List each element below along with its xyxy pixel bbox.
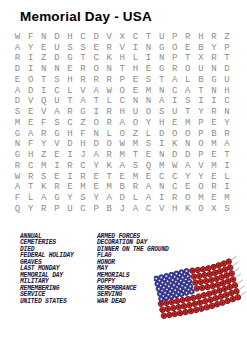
grid-cell: E [142, 64, 155, 75]
word-list-left: ANNUALCEMETERIESDIEDFEDERAL HOLIDAYGRAVE… [20, 234, 74, 305]
grid-cell: C [221, 97, 234, 108]
grid-cell: V [37, 107, 50, 118]
grid-cell: S [142, 140, 155, 151]
grid-cell: L [63, 86, 76, 97]
grid-cell: Y [142, 118, 155, 129]
grid-cell: F [76, 129, 89, 140]
grid-cell: Y [24, 204, 37, 215]
grid-cell: I [221, 161, 234, 172]
grid-cell: S [11, 107, 24, 118]
grid-cell: L [142, 129, 155, 140]
grid-cell: E [24, 118, 37, 129]
grid-cell: D [63, 140, 76, 151]
grid-cell: O [168, 129, 181, 140]
grid-cell: I [142, 54, 155, 65]
grid-cell: H [63, 32, 76, 43]
grid-cell: C [155, 172, 168, 183]
grid-cell: N [50, 64, 63, 75]
grid-cell: K [168, 140, 181, 151]
grid-cell: P [194, 118, 207, 129]
grid-cell: I [63, 150, 76, 161]
grid-cell: I [90, 107, 103, 118]
grid-cell: A [181, 161, 194, 172]
grid-cell: H [155, 118, 168, 129]
grid-cell: S [129, 161, 142, 172]
grid-cell: U [168, 107, 181, 118]
grid-cell: N [90, 129, 103, 140]
grid-cell: E [142, 150, 155, 161]
grid-cell: D [181, 150, 194, 161]
grid-cell: O [194, 204, 207, 215]
grid-cell: E [207, 193, 220, 204]
grid-cell: R [11, 54, 24, 65]
grid-cell: E [63, 64, 76, 75]
grid-cell: H [116, 54, 129, 65]
grid-cell: O [129, 118, 142, 129]
grid-cell: E [207, 150, 220, 161]
grid-cell: A [50, 107, 63, 118]
grid-cell: M [129, 172, 142, 183]
grid-cell: S [63, 43, 76, 54]
grid-cell: C [129, 32, 142, 43]
grid-cell: W [11, 172, 24, 183]
grid-cell: M [129, 140, 142, 151]
grid-cell: W [103, 86, 116, 97]
grid-cell: O [194, 140, 207, 151]
grid-cell: A [90, 150, 103, 161]
grid-cell: E [207, 118, 220, 129]
grid-cell: O [116, 129, 129, 140]
grid-cell: R [129, 183, 142, 194]
grid-cell: D [11, 64, 24, 75]
grid-cell: A [116, 118, 129, 129]
grid-cell: X [194, 54, 207, 65]
grid-cell: E [90, 43, 103, 54]
grid-cell: U [50, 97, 63, 108]
grid-cell: R [207, 32, 220, 43]
grid-cell: N [155, 150, 168, 161]
grid-cell: A [90, 86, 103, 97]
grid-cell: D [116, 193, 129, 204]
grid-cell: N [155, 54, 168, 65]
grid-cell: M [207, 161, 220, 172]
grid-cell: L [181, 75, 194, 86]
grid-cell: H [63, 75, 76, 86]
grid-cell: O [90, 64, 103, 75]
grid-cell: D [11, 97, 24, 108]
grid-cell: E [50, 172, 63, 183]
grid-cell: V [116, 43, 129, 54]
grid-cell: D [50, 54, 63, 65]
grid-cell: M [11, 118, 24, 129]
grid-cell: D [221, 64, 234, 75]
grid-cell: U [129, 107, 142, 118]
grid-cell: A [76, 97, 89, 108]
grid-cell: T [142, 32, 155, 43]
grid-cell: C [116, 97, 129, 108]
grid-cell: R [103, 150, 116, 161]
grid-cell: S [142, 75, 155, 86]
grid-cell: L [24, 193, 37, 204]
grid-cell: E [129, 75, 142, 86]
grid-cell: P [116, 75, 129, 86]
grid-cell: E [142, 172, 155, 183]
grid-cell: R [11, 161, 24, 172]
grid-cell: P [50, 204, 63, 215]
grid-cell: R [24, 172, 37, 183]
grid-cell: I [37, 86, 50, 97]
grid-cell: I [63, 172, 76, 183]
grid-cell: R [181, 32, 194, 43]
grid-cell: H [63, 129, 76, 140]
grid-cell: D [155, 129, 168, 140]
grid-cell: K [181, 204, 194, 215]
grid-cell: E [181, 183, 194, 194]
grid-cell: H [168, 204, 181, 215]
grid-cell: M [76, 183, 89, 194]
grid-cell: B [103, 204, 116, 215]
grid-cell: C [142, 204, 155, 215]
grid-cell: G [11, 129, 24, 140]
grid-cell: C [90, 54, 103, 65]
grid-cell: O [181, 64, 194, 75]
grid-cell: E [168, 118, 181, 129]
grid-cell: I [194, 97, 207, 108]
grid-cell: E [37, 43, 50, 54]
grid-cell: N [11, 140, 24, 151]
grid-cell: D [90, 140, 103, 151]
grid-cell: M [116, 150, 129, 161]
grid-cell: R [63, 107, 76, 118]
grid-cell: U [155, 32, 168, 43]
grid-cell: L [103, 129, 116, 140]
grid-cell: G [207, 75, 220, 86]
grid-cell: G [63, 54, 76, 65]
grid-cell: B [207, 129, 220, 140]
grid-cell: E [129, 86, 142, 97]
grid-cell: P [168, 54, 181, 65]
grid-cell: A [24, 129, 37, 140]
grid-cell: U [194, 64, 207, 75]
grid-cell: S [37, 172, 50, 183]
grid-cell: A [168, 75, 181, 86]
grid-cell: W [168, 161, 181, 172]
grid-cell: T [221, 54, 234, 65]
grid-cell: S [221, 204, 234, 215]
grid-cell: X [207, 204, 220, 215]
grid-cell: A [129, 204, 142, 215]
grid-cell: N [142, 97, 155, 108]
grid-cell: N [129, 97, 142, 108]
grid-cell: E [11, 75, 24, 86]
grid-cell: G [155, 43, 168, 54]
grid-cell: I [221, 183, 234, 194]
grid-cell: Y [194, 172, 207, 183]
grid-cell: F [37, 118, 50, 129]
grid-cell: C [168, 183, 181, 194]
grid-cell: P [168, 32, 181, 43]
grid-cell: Z [76, 118, 89, 129]
grid-cell: I [129, 43, 142, 54]
grid-cell: T [221, 150, 234, 161]
grid-cell: V [194, 161, 207, 172]
grid-cell: S [50, 75, 63, 86]
grid-cell: A [155, 97, 168, 108]
grid-cell: O [168, 43, 181, 54]
grid-cell: D [90, 32, 103, 43]
grid-cell: G [50, 193, 63, 204]
grid-cell: L [129, 193, 142, 204]
grid-cell: R [207, 54, 220, 65]
grid-cell: S [155, 107, 168, 118]
grid-cell: Z [37, 54, 50, 65]
grid-cell: E [50, 150, 63, 161]
grid-cell: T [37, 75, 50, 86]
grid-cell: M [181, 118, 194, 129]
grid-cell: R [221, 129, 234, 140]
grid-cell: X [116, 32, 129, 43]
grid-cell: I [24, 64, 37, 75]
grid-cell: B [194, 75, 207, 86]
grid-cell: A [11, 43, 24, 54]
grid-cell: T [129, 150, 142, 161]
word-list-item: UNITED STATES [20, 299, 74, 305]
grid-cell: C [24, 161, 37, 172]
grid-cell: Y [194, 107, 207, 118]
grid-cell: E [116, 172, 129, 183]
grid-cell: F [24, 32, 37, 43]
grid-cell: W [11, 32, 24, 43]
grid-cell: N [207, 64, 220, 75]
grid-cell: G [11, 150, 24, 161]
grid-cell: E [24, 107, 37, 118]
grid-cell: E [207, 172, 220, 183]
grid-cell: G [50, 129, 63, 140]
grid-cell: N [103, 64, 116, 75]
grid-cell: I [207, 97, 220, 108]
grid-cell: V [24, 97, 37, 108]
grid-cell: D [24, 86, 37, 97]
grid-cell: N [207, 86, 220, 97]
grid-cell: O [181, 129, 194, 140]
grid-cell: R [207, 107, 220, 118]
grid-cell: N [181, 140, 194, 151]
grid-cell: P [221, 43, 234, 54]
grid-cell: T [90, 97, 103, 108]
grid-cell: V [155, 204, 168, 215]
grid-cell: L [129, 54, 142, 65]
beaded-us-flag-svg [154, 247, 247, 342]
grid-cell: T [194, 86, 207, 97]
grid-cell: S [76, 193, 89, 204]
grid-cell: C [168, 86, 181, 97]
grid-cell: I [24, 54, 37, 65]
grid-cell: Y [90, 193, 103, 204]
grid-cell: C [50, 86, 63, 97]
grid-cell: E [90, 183, 103, 194]
grid-cell: V [76, 86, 89, 97]
grid-cell: F [24, 140, 37, 151]
grid-cell: Q [37, 97, 50, 108]
grid-cell: M [155, 161, 168, 172]
grid-cell: Q [142, 161, 155, 172]
grid-cell: I [155, 193, 168, 204]
grid-cell: N [155, 183, 168, 194]
grid-cell: G [76, 107, 89, 118]
grid-cell: C [168, 172, 181, 183]
grid-cell: T [181, 107, 194, 118]
grid-cell: A [103, 193, 116, 204]
grid-cell: T [116, 64, 129, 75]
grid-cell: Y [221, 118, 234, 129]
grid-cell: V [103, 32, 116, 43]
grid-cell: R [103, 75, 116, 86]
grid-cell: R [76, 64, 89, 75]
grid-cell: Y [63, 193, 76, 204]
grid-cell: R [103, 118, 116, 129]
grid-cell: F [11, 193, 24, 204]
grid-cell: T [103, 172, 116, 183]
grid-cell: A [142, 183, 155, 194]
grid-cell: K [103, 161, 116, 172]
grid-cell: B [194, 43, 207, 54]
grid-cell: R [90, 75, 103, 86]
grid-cell: C [76, 32, 89, 43]
grid-cell: D [50, 32, 63, 43]
grid-cell: R [207, 183, 220, 194]
grid-cell: Y [24, 43, 37, 54]
grid-cell: J [76, 150, 89, 161]
grid-cell: O [142, 107, 155, 118]
grid-cell: R [76, 75, 89, 86]
grid-cell: O [194, 183, 207, 194]
grid-cell: I [168, 97, 181, 108]
grid-cell: U [50, 43, 63, 54]
grid-cell: A [221, 140, 234, 151]
grid-cell: O [90, 118, 103, 129]
grid-cell: Y [181, 172, 194, 183]
grid-cell: A [181, 86, 194, 97]
grid-cell: N [142, 43, 155, 54]
grid-cell: T [181, 54, 194, 65]
grid-cell: R [103, 107, 116, 118]
grid-cell: B [116, 183, 129, 194]
grid-cell: A [11, 183, 24, 194]
grid-cell: Z [221, 32, 234, 43]
grid-cell: P [90, 204, 103, 215]
grid-cell: A [142, 193, 155, 204]
grid-cell: P [194, 129, 207, 140]
grid-cell: K [37, 183, 50, 194]
grid-cell: K [103, 54, 116, 65]
grid-cell: R [168, 64, 181, 75]
grid-cell: A [116, 161, 129, 172]
grid-cell: H [24, 150, 37, 161]
grid-cell: I [50, 161, 63, 172]
grid-cell: N [155, 86, 168, 97]
grid-cell: W [116, 140, 129, 151]
grid-cell: M [103, 183, 116, 194]
grid-cell: L [103, 97, 116, 108]
grid-cell: V [50, 140, 63, 151]
grid-cell: S [76, 43, 89, 54]
grid-cell: Y [207, 43, 220, 54]
grid-cell: T [24, 183, 37, 194]
grid-cell: Z [37, 150, 50, 161]
grid-cell: R [76, 172, 89, 183]
grid-cell: R [37, 129, 50, 140]
grid-cell: S [50, 118, 63, 129]
grid-cell: O [116, 86, 129, 97]
grid-cell: H [194, 32, 207, 43]
grid-cell: M [194, 193, 207, 204]
grid-cell: O [24, 75, 37, 86]
grid-cell: C [76, 161, 89, 172]
grid-cell: L [221, 172, 234, 183]
grid-cell: E [63, 183, 76, 194]
grid-cell: E [90, 172, 103, 183]
grid-cell: M [37, 161, 50, 172]
beaded-us-flag-image [154, 247, 247, 342]
letter-grid: WFNDHCDVXCTUPRHRZAYEUSSERVINGOEBYPRIZDGT… [11, 32, 234, 215]
grid-cell: H [116, 107, 129, 118]
grid-cell: H [221, 86, 234, 97]
grid-cell: R [50, 183, 63, 194]
grid-cell: D [168, 150, 181, 161]
grid-cell: P [194, 150, 207, 161]
grid-cell: R [37, 204, 50, 215]
grid-cell: O [181, 193, 194, 204]
page-title: Memorial Day - USA [20, 9, 152, 24]
grid-cell: H [129, 64, 142, 75]
grid-cell: R [103, 43, 116, 54]
grid-cell: N [37, 64, 50, 75]
grid-cell: O [103, 140, 116, 151]
grid-cell: A [11, 86, 24, 97]
grid-cell: T [63, 97, 76, 108]
grid-cell: J [116, 204, 129, 215]
grid-cell: I [155, 140, 168, 151]
grid-cell: C [63, 118, 76, 129]
grid-cell: G [155, 64, 168, 75]
grid-cell: M [221, 193, 234, 204]
grid-cell: Q [11, 204, 24, 215]
grid-cell: Y [90, 161, 103, 172]
grid-cell: S [181, 97, 194, 108]
grid-cell: U [63, 204, 76, 215]
grid-cell: C [76, 204, 89, 215]
grid-cell: H [76, 140, 89, 151]
grid-cell: Z [129, 129, 142, 140]
grid-cell: U [221, 75, 234, 86]
grid-cell: A [37, 193, 50, 204]
grid-cell: R [168, 193, 181, 204]
grid-cell: M [142, 86, 155, 97]
grid-cell: Y [37, 140, 50, 151]
grid-cell: N [37, 32, 50, 43]
grid-cell: T [76, 54, 89, 65]
grid-cell: M [207, 140, 220, 151]
grid-cell: N [221, 107, 234, 118]
grid-cell: T [155, 75, 168, 86]
grid-cell: R [63, 161, 76, 172]
grid-cell: E [181, 43, 194, 54]
